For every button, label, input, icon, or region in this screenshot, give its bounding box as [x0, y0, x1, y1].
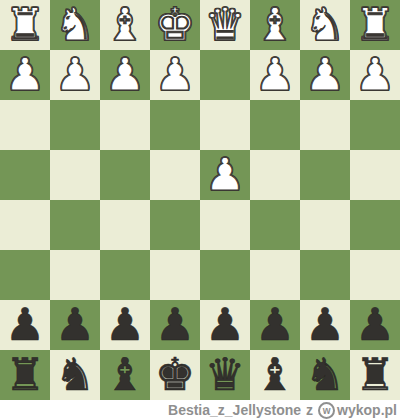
square-g7[interactable]: ♟	[50, 300, 100, 350]
square-a4[interactable]	[350, 150, 400, 200]
square-e3[interactable]	[150, 100, 200, 150]
square-c2[interactable]: ♟	[250, 50, 300, 100]
square-e1[interactable]: ♚	[150, 0, 200, 50]
square-a7[interactable]: ♟	[350, 300, 400, 350]
black-king-e8[interactable]: ♚	[155, 350, 195, 400]
white-king-e1[interactable]: ♚	[155, 0, 195, 50]
wykop-logo-letter: w	[323, 405, 331, 416]
square-a6[interactable]	[350, 250, 400, 300]
black-pawn-g7[interactable]: ♟	[55, 300, 95, 350]
square-b7[interactable]: ♟	[300, 300, 350, 350]
white-pawn-a2[interactable]: ♟	[355, 50, 395, 100]
square-d1[interactable]: ♛	[200, 0, 250, 50]
square-a3[interactable]	[350, 100, 400, 150]
square-c7[interactable]: ♟	[250, 300, 300, 350]
square-c4[interactable]	[250, 150, 300, 200]
square-c3[interactable]	[250, 100, 300, 150]
square-b1[interactable]: ♞	[300, 0, 350, 50]
wykop-logo-icon: w	[318, 402, 335, 419]
square-d4[interactable]: ♟	[200, 150, 250, 200]
white-pawn-h2[interactable]: ♟	[5, 50, 45, 100]
square-b4[interactable]	[300, 150, 350, 200]
square-f6[interactable]	[100, 250, 150, 300]
square-e6[interactable]	[150, 250, 200, 300]
square-f8[interactable]: ♝	[100, 350, 150, 400]
square-b6[interactable]	[300, 250, 350, 300]
caption-separator: z	[306, 402, 313, 418]
square-c5[interactable]	[250, 200, 300, 250]
square-f2[interactable]: ♟	[100, 50, 150, 100]
square-e4[interactable]	[150, 150, 200, 200]
white-queen-d1[interactable]: ♛	[205, 0, 245, 50]
black-pawn-h7[interactable]: ♟	[5, 300, 45, 350]
square-c6[interactable]	[250, 250, 300, 300]
black-bishop-f8[interactable]: ♝	[105, 350, 145, 400]
square-d3[interactable]	[200, 100, 250, 150]
white-pawn-e2[interactable]: ♟	[155, 50, 195, 100]
square-f5[interactable]	[100, 200, 150, 250]
caption-author: Bestia_z_Jellystone	[168, 402, 301, 418]
square-e5[interactable]	[150, 200, 200, 250]
square-c8[interactable]: ♝	[250, 350, 300, 400]
chess-board: ♜♞♝♚♛♝♞♜♟♟♟♟♟♟♟♟♟♟♟♟♟♟♟♟♜♞♝♚♛♝♞♜	[0, 0, 400, 400]
white-pawn-b2[interactable]: ♟	[305, 50, 345, 100]
white-pawn-g2[interactable]: ♟	[55, 50, 95, 100]
square-f7[interactable]: ♟	[100, 300, 150, 350]
black-rook-a8[interactable]: ♜	[355, 350, 395, 400]
square-b3[interactable]	[300, 100, 350, 150]
square-g4[interactable]	[50, 150, 100, 200]
square-d2[interactable]	[200, 50, 250, 100]
black-pawn-f7[interactable]: ♟	[105, 300, 145, 350]
square-h6[interactable]	[0, 250, 50, 300]
black-pawn-e7[interactable]: ♟	[155, 300, 195, 350]
square-b2[interactable]: ♟	[300, 50, 350, 100]
square-b8[interactable]: ♞	[300, 350, 350, 400]
black-rook-h8[interactable]: ♜	[5, 350, 45, 400]
square-f3[interactable]	[100, 100, 150, 150]
square-h2[interactable]: ♟	[0, 50, 50, 100]
square-d7[interactable]: ♟	[200, 300, 250, 350]
white-rook-h1[interactable]: ♜	[5, 0, 45, 50]
white-pawn-d4[interactable]: ♟	[205, 150, 245, 200]
square-f1[interactable]: ♝	[100, 0, 150, 50]
square-c1[interactable]: ♝	[250, 0, 300, 50]
black-pawn-b7[interactable]: ♟	[305, 300, 345, 350]
square-e8[interactable]: ♚	[150, 350, 200, 400]
white-pawn-f2[interactable]: ♟	[105, 50, 145, 100]
square-g1[interactable]: ♞	[50, 0, 100, 50]
white-rook-a1[interactable]: ♜	[355, 0, 395, 50]
square-b5[interactable]	[300, 200, 350, 250]
square-g8[interactable]: ♞	[50, 350, 100, 400]
white-knight-b1[interactable]: ♞	[305, 0, 345, 50]
black-knight-b8[interactable]: ♞	[305, 350, 345, 400]
square-a8[interactable]: ♜	[350, 350, 400, 400]
square-h4[interactable]	[0, 150, 50, 200]
square-h7[interactable]: ♟	[0, 300, 50, 350]
square-h8[interactable]: ♜	[0, 350, 50, 400]
white-bishop-c1[interactable]: ♝	[255, 0, 295, 50]
square-g3[interactable]	[50, 100, 100, 150]
square-e7[interactable]: ♟	[150, 300, 200, 350]
square-d5[interactable]	[200, 200, 250, 250]
square-a5[interactable]	[350, 200, 400, 250]
square-g5[interactable]	[50, 200, 100, 250]
white-bishop-f1[interactable]: ♝	[105, 0, 145, 50]
square-d6[interactable]	[200, 250, 250, 300]
square-e2[interactable]: ♟	[150, 50, 200, 100]
square-h5[interactable]	[0, 200, 50, 250]
square-g6[interactable]	[50, 250, 100, 300]
black-pawn-d7[interactable]: ♟	[205, 300, 245, 350]
black-pawn-c7[interactable]: ♟	[255, 300, 295, 350]
black-knight-g8[interactable]: ♞	[55, 350, 95, 400]
caption: Bestia_z_Jellystone z w wykop.pl	[0, 400, 400, 420]
black-bishop-c8[interactable]: ♝	[255, 350, 295, 400]
square-a2[interactable]: ♟	[350, 50, 400, 100]
square-d8[interactable]: ♛	[200, 350, 250, 400]
square-g2[interactable]: ♟	[50, 50, 100, 100]
square-h1[interactable]: ♜	[0, 0, 50, 50]
white-pawn-c2[interactable]: ♟	[255, 50, 295, 100]
square-f4[interactable]	[100, 150, 150, 200]
white-knight-g1[interactable]: ♞	[55, 0, 95, 50]
black-pawn-a7[interactable]: ♟	[355, 300, 395, 350]
caption-site: wykop.pl	[337, 402, 397, 418]
black-queen-d8[interactable]: ♛	[205, 350, 245, 400]
square-h3[interactable]	[0, 100, 50, 150]
square-a1[interactable]: ♜	[350, 0, 400, 50]
